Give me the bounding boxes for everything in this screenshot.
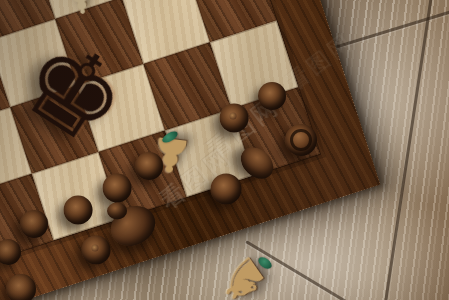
standing-dark-pawn-4[interactable]	[20, 210, 48, 238]
chessboard-photo-scene: 看图网看图网看图网 ♟♚♟♞	[0, 0, 449, 300]
standing-dark-pawn-1[interactable]	[135, 152, 163, 180]
fallen-dark-queen-head[interactable]	[107, 203, 127, 220]
standing-dark-pawn-8[interactable]	[211, 174, 242, 205]
standing-dark-pawn-2[interactable]	[103, 174, 132, 203]
standing-dark-rook[interactable]	[285, 124, 317, 156]
floor-plank-seam	[383, 0, 433, 300]
standing-dark-pawn-3[interactable]	[64, 196, 93, 225]
standing-dark-bishop-2[interactable]	[82, 236, 111, 265]
standing-dark-bishop-1[interactable]	[220, 104, 249, 133]
standing-dark-pawn-7[interactable]	[258, 82, 286, 110]
standing-dark-pawn-6[interactable]	[6, 274, 36, 300]
